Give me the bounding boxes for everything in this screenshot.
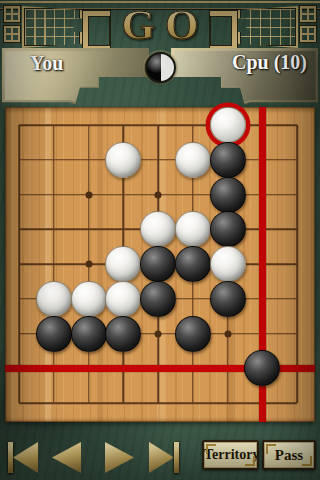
go-to-end-icon xyxy=(174,442,179,473)
bottom-toolbar: Territory Pass xyxy=(0,422,320,480)
black-stone xyxy=(36,316,72,352)
step-back-button[interactable] xyxy=(52,442,81,473)
step-forward-icon xyxy=(105,442,134,473)
app-title: GO xyxy=(0,0,320,50)
step-back-icon xyxy=(52,442,81,473)
go-to-end-button[interactable] xyxy=(149,442,179,473)
player-you-label: You xyxy=(30,52,63,75)
go-app-screen: GO You Cpu (10) Territory Pas xyxy=(0,0,320,480)
white-stone xyxy=(175,142,211,178)
step-forward-button[interactable] xyxy=(105,442,134,473)
black-stone xyxy=(140,246,176,282)
black-stone xyxy=(210,211,246,247)
white-stone xyxy=(175,211,211,247)
white-stone xyxy=(105,246,141,282)
territory-button[interactable]: Territory xyxy=(202,440,259,470)
white-stone xyxy=(105,281,141,317)
turn-indicator-stone-icon xyxy=(145,52,176,83)
plaque-face xyxy=(5,51,147,102)
player-cpu-label: Cpu (10) xyxy=(232,51,307,74)
go-to-start-icon xyxy=(13,442,38,473)
star-point xyxy=(85,261,92,268)
white-stone xyxy=(210,107,246,143)
go-to-start-icon xyxy=(8,442,13,473)
white-stone xyxy=(36,281,72,317)
star-point xyxy=(155,330,162,337)
black-stone xyxy=(175,246,211,282)
black-stone xyxy=(175,316,211,352)
white-stone xyxy=(105,142,141,178)
black-stone xyxy=(210,177,246,213)
black-stone xyxy=(210,142,246,178)
star-point xyxy=(85,191,92,198)
black-stone xyxy=(105,316,141,352)
black-stone xyxy=(244,350,280,386)
star-point xyxy=(224,330,231,337)
player-plaque-you xyxy=(2,48,149,104)
board-grid[interactable] xyxy=(19,125,297,403)
white-stone xyxy=(210,246,246,282)
grid-line xyxy=(19,402,297,404)
go-to-start-button[interactable] xyxy=(8,442,38,473)
star-point xyxy=(155,191,162,198)
black-stone xyxy=(210,281,246,317)
header-banner: GO You Cpu (10) xyxy=(0,0,320,107)
white-stone xyxy=(140,211,176,247)
pass-button[interactable]: Pass xyxy=(262,440,316,470)
grid-line xyxy=(296,125,298,403)
white-stone xyxy=(71,281,107,317)
black-stone xyxy=(71,316,107,352)
go-to-end-icon xyxy=(149,442,174,473)
go-board[interactable] xyxy=(5,107,315,422)
black-stone xyxy=(140,281,176,317)
